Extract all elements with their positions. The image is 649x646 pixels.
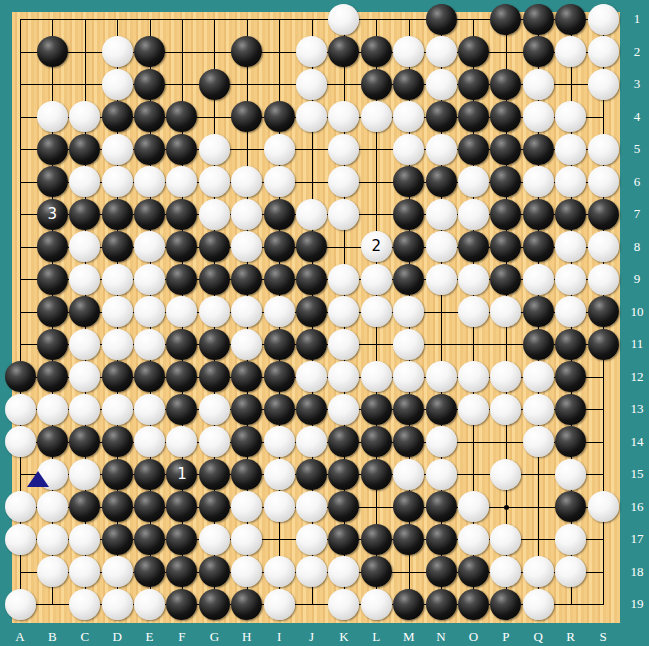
black-stone-L2 — [361, 36, 392, 67]
white-stone-I19 — [264, 589, 295, 620]
white-stone-I10 — [264, 296, 295, 327]
black-stone-J9 — [296, 264, 327, 295]
white-stone-R15 — [555, 459, 586, 490]
white-stone-Q3 — [523, 69, 554, 100]
white-stone-K5 — [328, 134, 359, 165]
white-stone-S16 — [588, 491, 619, 522]
black-stone-B9 — [37, 264, 68, 295]
white-stone-I5 — [264, 134, 295, 165]
white-stone-D2 — [102, 36, 133, 67]
white-stone-P17 — [490, 524, 521, 555]
white-stone-E10 — [134, 296, 165, 327]
white-stone-M5 — [393, 134, 424, 165]
white-stone-D11 — [102, 329, 133, 360]
white-stone-M2 — [393, 36, 424, 67]
white-stone-I6 — [264, 166, 295, 197]
black-stone-M9 — [393, 264, 424, 295]
white-stone-Q9 — [523, 264, 554, 295]
column-label-C: C — [80, 629, 89, 645]
black-stone-B12 — [37, 361, 68, 392]
black-stone-B6 — [37, 166, 68, 197]
black-stone-I4 — [264, 101, 295, 132]
white-stone-R18 — [555, 556, 586, 587]
white-stone-J2 — [296, 36, 327, 67]
black-stone-N1 — [426, 4, 457, 35]
black-stone-E18 — [134, 556, 165, 587]
white-stone-M10 — [393, 296, 424, 327]
black-stone-I13 — [264, 394, 295, 425]
white-stone-Q19 — [523, 589, 554, 620]
black-stone-H12 — [231, 361, 262, 392]
black-stone-E16 — [134, 491, 165, 522]
black-stone-D4 — [102, 101, 133, 132]
black-stone-P3 — [490, 69, 521, 100]
white-stone-L12 — [361, 361, 392, 392]
black-stone-B11 — [37, 329, 68, 360]
black-stone-N19 — [426, 589, 457, 620]
white-stone-Q18 — [523, 556, 554, 587]
black-stone-R7 — [555, 199, 586, 230]
row-label-18: 18 — [631, 564, 644, 580]
black-stone-D12 — [102, 361, 133, 392]
white-stone-P13 — [490, 394, 521, 425]
white-stone-R4 — [555, 101, 586, 132]
black-stone-A12 — [5, 361, 36, 392]
row-label-12: 12 — [631, 369, 644, 385]
black-stone-G19 — [199, 589, 230, 620]
black-stone-G11 — [199, 329, 230, 360]
move-number-stone-B7: 3 — [37, 199, 68, 230]
white-stone-J17 — [296, 524, 327, 555]
white-stone-C19 — [69, 589, 100, 620]
white-stone-R9 — [555, 264, 586, 295]
black-stone-G9 — [199, 264, 230, 295]
row-label-6: 6 — [634, 174, 641, 190]
black-stone-G15 — [199, 459, 230, 490]
black-stone-N18 — [426, 556, 457, 587]
row-label-11: 11 — [631, 336, 644, 352]
black-stone-P9 — [490, 264, 521, 295]
white-stone-J12 — [296, 361, 327, 392]
black-stone-G18 — [199, 556, 230, 587]
column-label-D: D — [112, 629, 121, 645]
black-stone-M6 — [393, 166, 424, 197]
white-stone-L9 — [361, 264, 392, 295]
black-stone-M7 — [393, 199, 424, 230]
column-label-M: M — [403, 629, 415, 645]
black-stone-R16 — [555, 491, 586, 522]
white-stone-K1 — [328, 4, 359, 35]
black-stone-R13 — [555, 394, 586, 425]
black-stone-I12 — [264, 361, 295, 392]
column-label-L: L — [372, 629, 380, 645]
black-stone-L3 — [361, 69, 392, 100]
go-board-window: 321 ABCDEFGHIJKLMNOPQRS12345678910111213… — [0, 0, 649, 646]
white-stone-C13 — [69, 394, 100, 425]
white-stone-S8 — [588, 231, 619, 262]
column-label-A: A — [15, 629, 24, 645]
white-stone-L4 — [361, 101, 392, 132]
black-stone-O19 — [458, 589, 489, 620]
column-label-K: K — [339, 629, 348, 645]
white-stone-D19 — [102, 589, 133, 620]
black-stone-H4 — [231, 101, 262, 132]
black-stone-G12 — [199, 361, 230, 392]
white-stone-I15 — [264, 459, 295, 490]
white-stone-A16 — [5, 491, 36, 522]
row-label-14: 14 — [631, 434, 644, 450]
black-stone-J15 — [296, 459, 327, 490]
black-stone-E15 — [134, 459, 165, 490]
row-label-9: 9 — [634, 271, 641, 287]
white-stone-O12 — [458, 361, 489, 392]
black-stone-F5 — [166, 134, 197, 165]
triangle-marker — [27, 471, 49, 487]
white-stone-M15 — [393, 459, 424, 490]
white-stone-S3 — [588, 69, 619, 100]
black-stone-F13 — [166, 394, 197, 425]
black-stone-Q5 — [523, 134, 554, 165]
white-stone-K7 — [328, 199, 359, 230]
column-label-P: P — [502, 629, 509, 645]
black-stone-Q7 — [523, 199, 554, 230]
white-stone-S9 — [588, 264, 619, 295]
move-number-stone-F15: 1 — [166, 459, 197, 490]
white-stone-A17 — [5, 524, 36, 555]
white-stone-A14 — [5, 426, 36, 457]
white-stone-Q13 — [523, 394, 554, 425]
black-stone-D16 — [102, 491, 133, 522]
black-stone-C7 — [69, 199, 100, 230]
black-stone-S11 — [588, 329, 619, 360]
black-stone-H15 — [231, 459, 262, 490]
row-label-7: 7 — [634, 206, 641, 222]
black-stone-R11 — [555, 329, 586, 360]
white-stone-H16 — [231, 491, 262, 522]
white-stone-C17 — [69, 524, 100, 555]
black-stone-C5 — [69, 134, 100, 165]
black-stone-E2 — [134, 36, 165, 67]
white-stone-N9 — [426, 264, 457, 295]
black-stone-G16 — [199, 491, 230, 522]
white-stone-E6 — [134, 166, 165, 197]
move-number-stone-L8: 2 — [361, 231, 392, 262]
white-stone-I16 — [264, 491, 295, 522]
black-stone-E3 — [134, 69, 165, 100]
black-stone-M19 — [393, 589, 424, 620]
black-stone-M13 — [393, 394, 424, 425]
row-label-10: 10 — [631, 304, 644, 320]
black-stone-S7 — [588, 199, 619, 230]
row-label-19: 19 — [631, 596, 644, 612]
white-stone-A19 — [5, 589, 36, 620]
black-stone-B14 — [37, 426, 68, 457]
white-stone-N2 — [426, 36, 457, 67]
black-stone-M8 — [393, 231, 424, 262]
row-label-8: 8 — [634, 239, 641, 255]
black-stone-G3 — [199, 69, 230, 100]
row-label-16: 16 — [631, 499, 644, 515]
white-stone-Q14 — [523, 426, 554, 457]
white-stone-H6 — [231, 166, 262, 197]
black-stone-E4 — [134, 101, 165, 132]
row-label-13: 13 — [631, 401, 644, 417]
column-label-Q: Q — [534, 629, 543, 645]
white-stone-D18 — [102, 556, 133, 587]
white-stone-N8 — [426, 231, 457, 262]
white-stone-B17 — [37, 524, 68, 555]
black-stone-J13 — [296, 394, 327, 425]
white-stone-R8 — [555, 231, 586, 262]
white-stone-J3 — [296, 69, 327, 100]
black-stone-E5 — [134, 134, 165, 165]
white-stone-M4 — [393, 101, 424, 132]
white-stone-C11 — [69, 329, 100, 360]
column-label-H: H — [242, 629, 251, 645]
black-stone-B10 — [37, 296, 68, 327]
row-label-17: 17 — [631, 531, 644, 547]
white-stone-H7 — [231, 199, 262, 230]
black-stone-O18 — [458, 556, 489, 587]
white-stone-J4 — [296, 101, 327, 132]
white-stone-D6 — [102, 166, 133, 197]
white-stone-H8 — [231, 231, 262, 262]
white-stone-O10 — [458, 296, 489, 327]
black-stone-H9 — [231, 264, 262, 295]
white-stone-N7 — [426, 199, 457, 230]
black-stone-O5 — [458, 134, 489, 165]
black-stone-H14 — [231, 426, 262, 457]
black-stone-K15 — [328, 459, 359, 490]
white-stone-I14 — [264, 426, 295, 457]
black-stone-E17 — [134, 524, 165, 555]
white-stone-N14 — [426, 426, 457, 457]
white-stone-K11 — [328, 329, 359, 360]
star-point — [504, 505, 509, 510]
white-stone-D10 — [102, 296, 133, 327]
white-stone-M12 — [393, 361, 424, 392]
white-stone-O6 — [458, 166, 489, 197]
column-label-B: B — [48, 629, 57, 645]
black-stone-L13 — [361, 394, 392, 425]
black-stone-P19 — [490, 589, 521, 620]
column-label-S: S — [599, 629, 606, 645]
black-stone-Q11 — [523, 329, 554, 360]
black-stone-R1 — [555, 4, 586, 35]
black-stone-Q8 — [523, 231, 554, 262]
black-stone-F7 — [166, 199, 197, 230]
column-label-G: G — [210, 629, 219, 645]
black-stone-Q1 — [523, 4, 554, 35]
black-stone-S10 — [588, 296, 619, 327]
black-stone-J10 — [296, 296, 327, 327]
white-stone-E13 — [134, 394, 165, 425]
black-stone-D15 — [102, 459, 133, 490]
black-stone-J8 — [296, 231, 327, 262]
row-label-1: 1 — [634, 11, 641, 27]
black-stone-D7 — [102, 199, 133, 230]
white-stone-N5 — [426, 134, 457, 165]
white-stone-R6 — [555, 166, 586, 197]
column-label-O: O — [469, 629, 478, 645]
black-stone-O8 — [458, 231, 489, 262]
column-label-I: I — [277, 629, 281, 645]
white-stone-S6 — [588, 166, 619, 197]
black-stone-M17 — [393, 524, 424, 555]
white-stone-N12 — [426, 361, 457, 392]
white-stone-E19 — [134, 589, 165, 620]
white-stone-H10 — [231, 296, 262, 327]
white-stone-S5 — [588, 134, 619, 165]
white-stone-O7 — [458, 199, 489, 230]
black-stone-N16 — [426, 491, 457, 522]
white-stone-L10 — [361, 296, 392, 327]
white-stone-E11 — [134, 329, 165, 360]
white-stone-B16 — [37, 491, 68, 522]
white-stone-D9 — [102, 264, 133, 295]
white-stone-B4 — [37, 101, 68, 132]
black-stone-P1 — [490, 4, 521, 35]
white-stone-K13 — [328, 394, 359, 425]
white-stone-G5 — [199, 134, 230, 165]
black-stone-F11 — [166, 329, 197, 360]
white-stone-S2 — [588, 36, 619, 67]
black-stone-Q2 — [523, 36, 554, 67]
black-stone-E12 — [134, 361, 165, 392]
column-label-E: E — [146, 629, 154, 645]
black-stone-O3 — [458, 69, 489, 100]
black-stone-I11 — [264, 329, 295, 360]
white-stone-E14 — [134, 426, 165, 457]
white-stone-P15 — [490, 459, 521, 490]
white-stone-E9 — [134, 264, 165, 295]
white-stone-C9 — [69, 264, 100, 295]
white-stone-Q4 — [523, 101, 554, 132]
black-stone-I7 — [264, 199, 295, 230]
row-label-3: 3 — [634, 76, 641, 92]
black-stone-M14 — [393, 426, 424, 457]
black-stone-D17 — [102, 524, 133, 555]
black-stone-N6 — [426, 166, 457, 197]
white-stone-D13 — [102, 394, 133, 425]
black-stone-L14 — [361, 426, 392, 457]
black-stone-N4 — [426, 101, 457, 132]
black-stone-B2 — [37, 36, 68, 67]
white-stone-J18 — [296, 556, 327, 587]
white-stone-N3 — [426, 69, 457, 100]
white-stone-L19 — [361, 589, 392, 620]
white-stone-O17 — [458, 524, 489, 555]
white-stone-R10 — [555, 296, 586, 327]
column-label-R: R — [566, 629, 575, 645]
black-stone-R14 — [555, 426, 586, 457]
black-stone-J11 — [296, 329, 327, 360]
white-stone-Q12 — [523, 361, 554, 392]
black-stone-P7 — [490, 199, 521, 230]
black-stone-D14 — [102, 426, 133, 457]
white-stone-D3 — [102, 69, 133, 100]
black-stone-O4 — [458, 101, 489, 132]
white-stone-G6 — [199, 166, 230, 197]
black-stone-I8 — [264, 231, 295, 262]
black-stone-F17 — [166, 524, 197, 555]
white-stone-S1 — [588, 4, 619, 35]
white-stone-K19 — [328, 589, 359, 620]
black-stone-H13 — [231, 394, 262, 425]
black-stone-I9 — [264, 264, 295, 295]
white-stone-G17 — [199, 524, 230, 555]
black-stone-H19 — [231, 589, 262, 620]
white-stone-H11 — [231, 329, 262, 360]
white-stone-K9 — [328, 264, 359, 295]
white-stone-I18 — [264, 556, 295, 587]
white-stone-R5 — [555, 134, 586, 165]
black-stone-P5 — [490, 134, 521, 165]
black-stone-R12 — [555, 361, 586, 392]
column-label-N: N — [436, 629, 445, 645]
black-stone-E7 — [134, 199, 165, 230]
white-stone-N15 — [426, 459, 457, 490]
black-stone-L17 — [361, 524, 392, 555]
column-label-F: F — [178, 629, 185, 645]
white-stone-R17 — [555, 524, 586, 555]
white-stone-Q6 — [523, 166, 554, 197]
black-stone-F9 — [166, 264, 197, 295]
white-stone-G13 — [199, 394, 230, 425]
white-stone-G7 — [199, 199, 230, 230]
row-label-2: 2 — [634, 44, 641, 60]
black-stone-G8 — [199, 231, 230, 262]
white-stone-R2 — [555, 36, 586, 67]
black-stone-M16 — [393, 491, 424, 522]
white-stone-M11 — [393, 329, 424, 360]
white-stone-A13 — [5, 394, 36, 425]
black-stone-F19 — [166, 589, 197, 620]
white-stone-E8 — [134, 231, 165, 262]
black-stone-B8 — [37, 231, 68, 262]
white-stone-B13 — [37, 394, 68, 425]
black-stone-K17 — [328, 524, 359, 555]
column-label-J: J — [309, 629, 314, 645]
white-stone-G10 — [199, 296, 230, 327]
black-stone-Q10 — [523, 296, 554, 327]
black-stone-O2 — [458, 36, 489, 67]
row-label-15: 15 — [631, 466, 644, 482]
white-stone-H18 — [231, 556, 262, 587]
white-stone-J7 — [296, 199, 327, 230]
black-stone-L18 — [361, 556, 392, 587]
white-stone-O16 — [458, 491, 489, 522]
black-stone-M3 — [393, 69, 424, 100]
white-stone-O13 — [458, 394, 489, 425]
white-stone-J16 — [296, 491, 327, 522]
white-stone-D5 — [102, 134, 133, 165]
black-stone-D8 — [102, 231, 133, 262]
white-stone-J14 — [296, 426, 327, 457]
black-stone-N17 — [426, 524, 457, 555]
white-stone-G14 — [199, 426, 230, 457]
row-label-4: 4 — [634, 109, 641, 125]
row-label-5: 5 — [634, 141, 641, 157]
white-stone-B18 — [37, 556, 68, 587]
white-stone-C15 — [69, 459, 100, 490]
white-stone-H17 — [231, 524, 262, 555]
white-stone-O9 — [458, 264, 489, 295]
black-stone-L15 — [361, 459, 392, 490]
black-stone-B5 — [37, 134, 68, 165]
black-stone-N13 — [426, 394, 457, 425]
black-stone-H2 — [231, 36, 262, 67]
